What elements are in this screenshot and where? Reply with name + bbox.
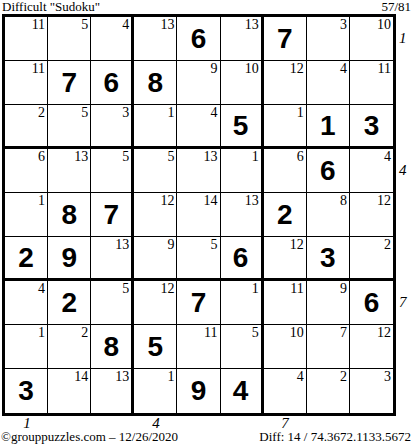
cell-r2c6[interactable]: 10	[221, 61, 264, 105]
cell-order-number: 2	[384, 237, 391, 252]
cell-order-number: 5	[167, 149, 174, 164]
cell-order-number: 1	[252, 281, 259, 296]
cell-r1c3[interactable]: 4	[91, 17, 134, 61]
cell-r7c6[interactable]: 1	[221, 281, 264, 325]
cell-r7c5[interactable]: 7	[177, 281, 220, 325]
cell-order-number: 3	[340, 17, 347, 32]
cell-r1c6[interactable]: 13	[221, 17, 264, 61]
cell-order-number: 9	[211, 61, 218, 76]
cell-r8c6[interactable]: 5	[221, 325, 264, 369]
cell-order-number: 12	[377, 193, 391, 208]
cell-r5c3[interactable]: 7	[91, 193, 134, 237]
cell-digit: 6	[350, 281, 393, 324]
cell-order-number: 12	[160, 193, 174, 208]
cell-order-number: 13	[160, 17, 174, 32]
cell-r8c7[interactable]: 10	[264, 325, 307, 369]
cell-digit: 9	[48, 237, 90, 278]
cell-r9c3[interactable]: 13	[91, 369, 134, 413]
cell-r7c9[interactable]: 6	[350, 281, 393, 325]
cell-digit: 1	[307, 105, 349, 146]
cell-digit: 9	[177, 369, 219, 413]
cell-r4c7[interactable]: 6	[264, 149, 307, 193]
cell-digit: 6	[177, 17, 219, 60]
cell-r5c8[interactable]: 8	[307, 193, 350, 237]
cell-order-number: 9	[167, 237, 174, 252]
cell-order-number: 13	[74, 149, 88, 164]
cell-order-number: 11	[204, 325, 217, 340]
cell-order-number: 2	[340, 369, 347, 384]
cell-order-number: 6	[297, 149, 304, 164]
cell-r4c6[interactable]: 1	[221, 149, 264, 193]
cell-r4c3[interactable]: 5	[91, 149, 134, 193]
cell-r3c5[interactable]: 4	[177, 105, 220, 149]
cell-r1c7[interactable]: 7	[264, 17, 307, 61]
cell-order-number: 4	[122, 17, 129, 32]
cell-order-number: 1	[297, 105, 304, 120]
cell-order-number: 11	[32, 17, 45, 32]
cell-r4c9[interactable]: 4	[350, 149, 393, 193]
cell-order-number: 10	[245, 61, 259, 76]
cell-order-number: 9	[340, 281, 347, 296]
cell-r1c2[interactable]: 5	[48, 17, 91, 61]
cell-r8c1[interactable]: 1	[5, 325, 48, 369]
cell-digit: 8	[91, 325, 131, 368]
cell-r3c3[interactable]: 3	[91, 105, 134, 149]
cell-r1c8[interactable]: 3	[307, 17, 350, 61]
row-label-1: 1	[399, 29, 412, 47]
cell-order-number: 12	[290, 237, 304, 252]
cell-r2c2[interactable]: 7	[48, 61, 91, 105]
cell-r4c5[interactable]: 13	[177, 149, 220, 193]
cell-r4c2[interactable]: 13	[48, 149, 91, 193]
cell-r8c9[interactable]: 12	[350, 325, 393, 369]
cell-r3c8[interactable]: 1	[307, 105, 350, 149]
row-label-7: 7	[399, 293, 412, 311]
cell-digit: 6	[307, 149, 349, 192]
cell-digit: 5	[134, 325, 176, 368]
cell-r7c8[interactable]: 9	[307, 281, 350, 325]
cell-r5c9[interactable]: 12	[350, 193, 393, 237]
cell-order-number: 6	[38, 149, 45, 164]
cell-r5c5[interactable]: 14	[177, 193, 220, 237]
row-label-4: 4	[399, 161, 412, 179]
cell-digit: 7	[177, 281, 219, 324]
cell-digit: 4	[221, 369, 261, 413]
cell-digit: 2	[5, 237, 47, 278]
cell-r6c3[interactable]: 13	[91, 237, 134, 281]
cell-order-number: 5	[122, 149, 129, 164]
cell-r4c4[interactable]: 5	[134, 149, 177, 193]
cell-r7c2[interactable]: 2	[48, 281, 91, 325]
cell-order-number: 10	[290, 325, 304, 340]
copyright-date: ©grouppuzzles.com – 12/26/2020	[1, 429, 178, 445]
difficulty-code: Diff: 14 / 74.3672.1133.5672	[259, 429, 411, 445]
cell-r2c1[interactable]: 11	[5, 61, 48, 105]
cell-r6c7[interactable]: 12	[264, 237, 307, 281]
cell-order-number: 10	[377, 17, 391, 32]
cell-order-number: 11	[290, 281, 303, 296]
cell-order-number: 13	[204, 149, 218, 164]
cell-r2c7[interactable]: 12	[264, 61, 307, 105]
cell-r5c1[interactable]: 1	[5, 193, 48, 237]
cell-r3c9[interactable]: 3	[350, 105, 393, 149]
cell-digit: 3	[5, 369, 47, 413]
cell-order-number: 5	[81, 17, 88, 32]
cell-order-number: 14	[74, 369, 88, 384]
cell-digit: 2	[264, 193, 306, 236]
cell-digit: 8	[134, 61, 176, 104]
cell-r6c1[interactable]: 2	[5, 237, 48, 281]
cell-order-number: 11	[378, 61, 391, 76]
cell-r5c4[interactable]: 12	[134, 193, 177, 237]
cell-r3c7[interactable]: 1	[264, 105, 307, 149]
cell-r5c2[interactable]: 8	[48, 193, 91, 237]
cell-r1c4[interactable]: 13	[134, 17, 177, 61]
cell-order-number: 13	[115, 237, 129, 252]
cell-order-number: 4	[384, 149, 391, 164]
cell-order-number: 8	[340, 193, 347, 208]
cell-order-number: 12	[160, 281, 174, 296]
cell-r8c4[interactable]: 5	[134, 325, 177, 369]
cell-r9c2[interactable]: 14	[48, 369, 91, 413]
cell-r4c8[interactable]: 6	[307, 149, 350, 193]
cell-r7c1[interactable]: 4	[5, 281, 48, 325]
cell-r9c8[interactable]: 2	[307, 369, 350, 413]
cell-r3c1[interactable]: 2	[5, 105, 48, 149]
cell-order-number: 13	[115, 369, 129, 384]
cell-order-number: 4	[297, 369, 304, 384]
cell-r1c9[interactable]: 10	[350, 17, 393, 61]
cell-order-number: 1	[38, 325, 45, 340]
sudoku-page: Difficult "Sudoku" 57/81 115413613731011…	[0, 0, 412, 445]
cell-digit: 8	[48, 193, 90, 236]
cell-order-number: 13	[245, 193, 259, 208]
cell-r5c7[interactable]: 2	[264, 193, 307, 237]
cell-r2c3[interactable]: 6	[91, 61, 134, 105]
cell-r9c1[interactable]: 3	[5, 369, 48, 413]
cell-r2c5[interactable]: 9	[177, 61, 220, 105]
cell-order-number: 14	[204, 193, 218, 208]
cell-order-number: 5	[252, 325, 259, 340]
cell-r8c5[interactable]: 11	[177, 325, 220, 369]
progress-counter: 57/81	[381, 0, 411, 15]
cell-digit: 7	[91, 193, 131, 236]
cell-r9c4[interactable]: 1	[134, 369, 177, 413]
cell-order-number: 12	[290, 61, 304, 76]
cell-order-number: 2	[81, 325, 88, 340]
cell-r8c3[interactable]: 8	[91, 325, 134, 369]
cell-digit: 2	[48, 281, 90, 324]
cell-r2c9[interactable]: 11	[350, 61, 393, 105]
cell-order-number: 11	[32, 61, 45, 76]
cell-order-number: 1	[167, 105, 174, 120]
cell-r2c8[interactable]: 4	[307, 61, 350, 105]
cell-r6c8[interactable]: 3	[307, 237, 350, 281]
cell-digit: 3	[350, 105, 393, 146]
cell-order-number: 4	[340, 61, 347, 76]
cell-r6c6[interactable]: 6	[221, 237, 264, 281]
cell-order-number: 4	[211, 105, 218, 120]
cell-order-number: 1	[38, 193, 45, 208]
cell-r8c8[interactable]: 7	[307, 325, 350, 369]
cell-order-number: 1	[252, 149, 259, 164]
cell-r2c4[interactable]: 8	[134, 61, 177, 105]
cell-r1c1[interactable]: 11	[5, 17, 48, 61]
cell-order-number: 5	[81, 105, 88, 120]
cell-order-number: 5	[122, 281, 129, 296]
cell-r4c1[interactable]: 6	[5, 149, 48, 193]
cell-r6c4[interactable]: 9	[134, 237, 177, 281]
cell-r3c4[interactable]: 1	[134, 105, 177, 149]
puzzle-title: Difficult "Sudoku"	[2, 0, 100, 15]
cell-order-number: 5	[211, 237, 218, 252]
cell-r9c5[interactable]: 9	[177, 369, 220, 413]
cell-order-number: 13	[245, 17, 259, 32]
cell-r6c9[interactable]: 2	[350, 237, 393, 281]
cell-order-number: 12	[377, 325, 391, 340]
cell-order-number: 1	[167, 369, 174, 384]
cell-r5c6[interactable]: 13	[221, 193, 264, 237]
cell-order-number: 3	[122, 105, 129, 120]
cell-r8c2[interactable]: 2	[48, 325, 91, 369]
cell-order-number: 3	[384, 369, 391, 384]
cell-order-number: 2	[38, 105, 45, 120]
cell-digit: 7	[48, 61, 90, 104]
cell-r7c3[interactable]: 5	[91, 281, 134, 325]
sudoku-board: 1154136137310117689101241125314511361355…	[2, 14, 396, 416]
cell-digit: 6	[91, 61, 131, 104]
cell-r6c2[interactable]: 9	[48, 237, 91, 281]
cell-digit: 3	[307, 237, 349, 278]
cell-r9c7[interactable]: 4	[264, 369, 307, 413]
cell-order-number: 4	[38, 281, 45, 296]
cell-r6c5[interactable]: 5	[177, 237, 220, 281]
cell-digit: 5	[221, 105, 261, 146]
cell-digit: 6	[221, 237, 261, 278]
cell-r9c6[interactable]: 4	[221, 369, 264, 413]
cell-r7c7[interactable]: 11	[264, 281, 307, 325]
cell-order-number: 7	[340, 325, 347, 340]
cell-digit: 7	[264, 17, 306, 60]
cell-r3c6[interactable]: 5	[221, 105, 264, 149]
cell-r9c9[interactable]: 3	[350, 369, 393, 413]
cell-r1c5[interactable]: 6	[177, 17, 220, 61]
cell-r3c2[interactable]: 5	[48, 105, 91, 149]
cell-r7c4[interactable]: 12	[134, 281, 177, 325]
